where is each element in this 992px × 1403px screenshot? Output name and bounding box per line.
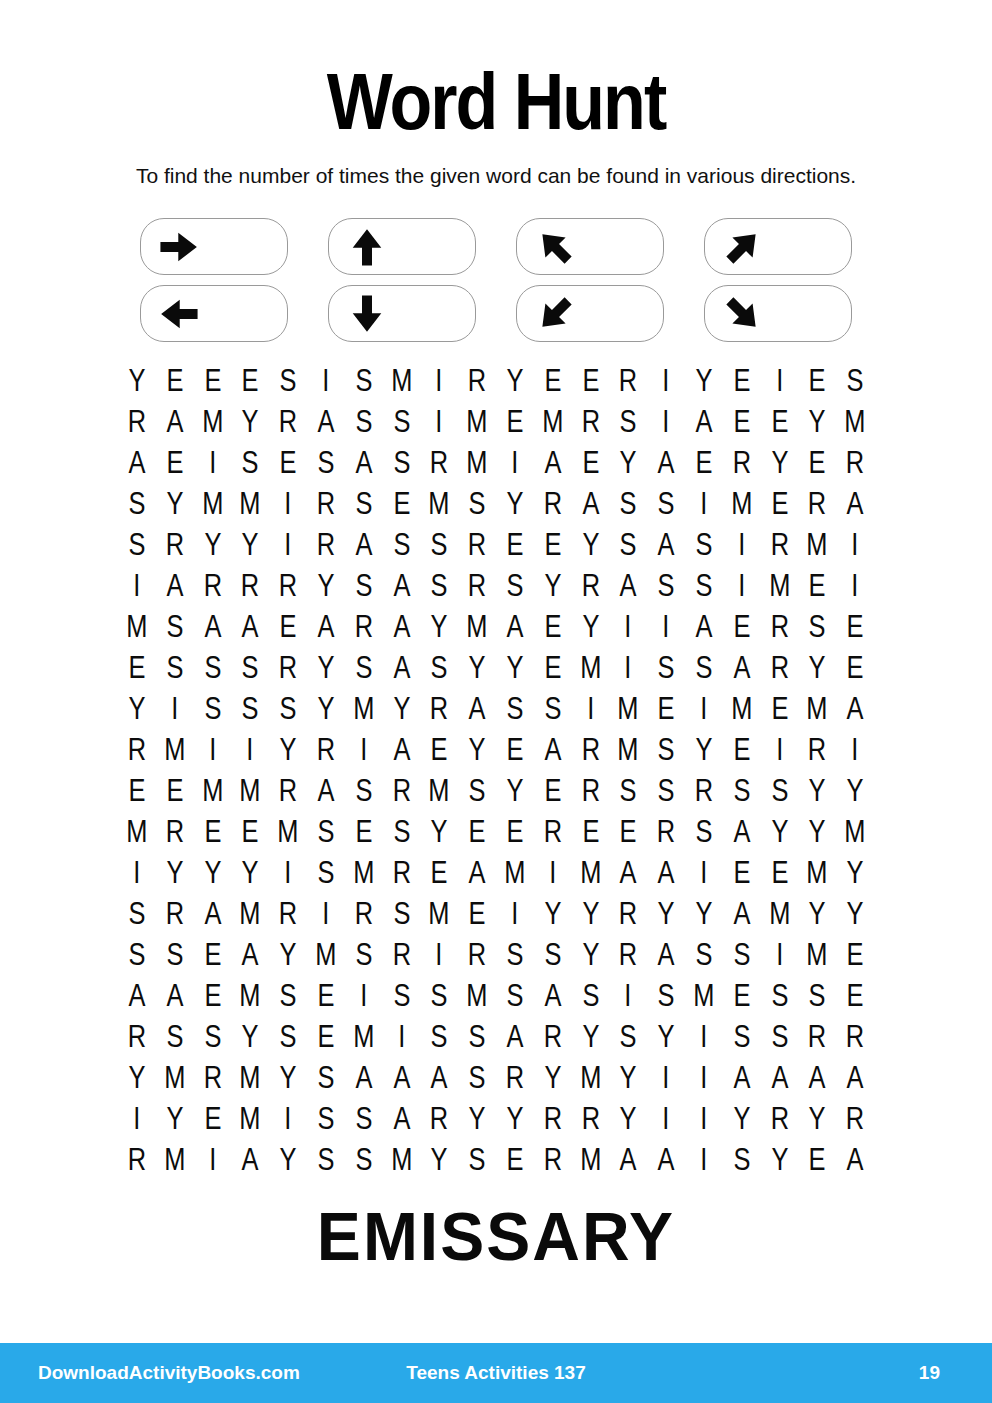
grid-cell: Y xyxy=(840,893,871,934)
grid-cell: M xyxy=(802,688,833,729)
grid-cell: S xyxy=(613,401,644,442)
direction-pill-up xyxy=(328,218,476,275)
grid-cell: Y xyxy=(537,893,568,934)
grid-cell: R xyxy=(462,524,493,565)
grid-cell: I xyxy=(651,401,682,442)
grid-cell: R xyxy=(537,1139,568,1180)
grid-cell: I xyxy=(764,360,795,401)
grid-cell: I xyxy=(537,852,568,893)
grid-cell: R xyxy=(575,770,606,811)
grid-cell: M xyxy=(499,852,530,893)
grid-cell: M xyxy=(235,893,266,934)
grid-cell: S xyxy=(613,770,644,811)
grid-cell: R xyxy=(764,1098,795,1139)
grid-cell: I xyxy=(613,975,644,1016)
grid-cell: Y xyxy=(537,1057,568,1098)
grid-cell: Y xyxy=(499,1098,530,1139)
arrow-up-right-icon xyxy=(715,218,772,275)
grid-cell: I xyxy=(651,1057,682,1098)
grid-cell: S xyxy=(688,934,719,975)
grid-cell: Y xyxy=(764,811,795,852)
grid-cell: E xyxy=(197,1098,228,1139)
grid-cell: Y xyxy=(273,934,304,975)
grid-cell: M xyxy=(764,893,795,934)
grid-cell: R xyxy=(840,1098,871,1139)
grid-cell: S xyxy=(462,1139,493,1180)
grid-cell: I xyxy=(273,852,304,893)
grid-cell: A xyxy=(726,893,757,934)
grid-cell: R xyxy=(273,770,304,811)
grid-cell: R xyxy=(424,1098,455,1139)
grid-cell: S xyxy=(462,770,493,811)
grid-cell: I xyxy=(764,934,795,975)
grid-cell: S xyxy=(462,1016,493,1057)
grid-cell: S xyxy=(651,770,682,811)
grid-cell: Y xyxy=(575,606,606,647)
grid-cell: E xyxy=(840,934,871,975)
grid-cell: R xyxy=(197,1057,228,1098)
grid-cell: S xyxy=(802,606,833,647)
grid-cell: E xyxy=(537,647,568,688)
grid-cell: E xyxy=(726,606,757,647)
direction-pill-down-right xyxy=(704,285,852,342)
grid-cell: A xyxy=(840,483,871,524)
grid-cell: E xyxy=(273,606,304,647)
grid-cell: I xyxy=(840,729,871,770)
grid-cell: R xyxy=(575,401,606,442)
grid-cell: Y xyxy=(802,647,833,688)
grid-cell: S xyxy=(499,975,530,1016)
footer-website: DownloadActivityBooks.com xyxy=(38,1362,300,1384)
grid-cell: Y xyxy=(499,770,530,811)
grid-cell: S xyxy=(386,401,417,442)
grid-cell: R xyxy=(802,1016,833,1057)
grid-cell: Y xyxy=(499,360,530,401)
grid-cell: R xyxy=(613,360,644,401)
grid-cell: A xyxy=(499,1016,530,1057)
grid-cell: A xyxy=(159,401,190,442)
grid-cell: A xyxy=(840,1057,871,1098)
grid-cell: S xyxy=(386,442,417,483)
grid-cell: S xyxy=(348,1098,379,1139)
grid-cell: R xyxy=(273,401,304,442)
grid-cell: E xyxy=(499,811,530,852)
grid-cell: I xyxy=(726,565,757,606)
grid-cell: Y xyxy=(462,1098,493,1139)
grid-cell: S xyxy=(348,770,379,811)
grid-cell: S xyxy=(348,647,379,688)
grid-cell: S xyxy=(159,1016,190,1057)
grid-cell: E xyxy=(159,442,190,483)
grid-cell: E xyxy=(348,811,379,852)
grid-cell: M xyxy=(424,770,455,811)
grid-cell: Y xyxy=(273,1057,304,1098)
grid-cell: S xyxy=(651,975,682,1016)
grid-cell: I xyxy=(688,1098,719,1139)
direction-pill-down-left xyxy=(516,285,664,342)
grid-cell: A xyxy=(651,852,682,893)
grid-cell: A xyxy=(840,1139,871,1180)
grid-cell: A xyxy=(613,1139,644,1180)
grid-cell: S xyxy=(424,975,455,1016)
grid-cell: M xyxy=(348,688,379,729)
grid-cell: R xyxy=(310,524,341,565)
grid-cell: E xyxy=(499,1139,530,1180)
grid-cell: S xyxy=(726,934,757,975)
grid-cell: I xyxy=(651,1098,682,1139)
grid-cell: E xyxy=(424,729,455,770)
grid-cell: R xyxy=(462,934,493,975)
grid-cell: E xyxy=(726,401,757,442)
grid-cell: M xyxy=(575,1057,606,1098)
grid-cell: R xyxy=(386,852,417,893)
grid-cell: S xyxy=(310,442,341,483)
grid-cell: S xyxy=(575,975,606,1016)
grid-cell: E xyxy=(121,770,152,811)
grid-cell: A xyxy=(348,1057,379,1098)
grid-cell: I xyxy=(688,483,719,524)
grid-cell: Y xyxy=(310,565,341,606)
grid-cell: I xyxy=(197,1139,228,1180)
grid-cell: R xyxy=(840,442,871,483)
grid-cell: S xyxy=(386,524,417,565)
grid-cell: Y xyxy=(121,360,152,401)
grid-cell: S xyxy=(764,1016,795,1057)
direction-pill-up-right xyxy=(704,218,852,275)
grid-cell: R xyxy=(575,1098,606,1139)
grid-cell: E xyxy=(537,770,568,811)
grid-cell: S xyxy=(121,483,152,524)
grid-cell: S xyxy=(121,934,152,975)
grid-cell: S xyxy=(499,565,530,606)
grid-cell: E xyxy=(424,852,455,893)
grid-cell: Y xyxy=(840,770,871,811)
grid-cell: R xyxy=(764,524,795,565)
grid-cell: E xyxy=(575,360,606,401)
grid-cell: Y xyxy=(235,1016,266,1057)
grid-cell: E xyxy=(840,975,871,1016)
grid-cell: Y xyxy=(613,1098,644,1139)
grid-cell: A xyxy=(462,852,493,893)
grid-cell: Y xyxy=(424,811,455,852)
grid-cell: E xyxy=(802,1139,833,1180)
grid-cell: A xyxy=(537,729,568,770)
grid-cell: E xyxy=(537,524,568,565)
grid-cell: R xyxy=(159,893,190,934)
grid-cell: Y xyxy=(726,1098,757,1139)
grid-cell: A xyxy=(537,442,568,483)
grid-cell: R xyxy=(197,565,228,606)
grid-cell: R xyxy=(121,401,152,442)
grid-cell: M xyxy=(159,1057,190,1098)
grid-cell: E xyxy=(802,442,833,483)
grid-cell: M xyxy=(726,688,757,729)
arrow-down-right-icon xyxy=(715,285,772,342)
grid-cell: Y xyxy=(688,729,719,770)
grid-cell: I xyxy=(651,606,682,647)
grid-cell: E xyxy=(764,401,795,442)
grid-cell: E xyxy=(499,524,530,565)
grid-cell: Y xyxy=(310,647,341,688)
grid-cell: R xyxy=(235,565,266,606)
grid-cell: R xyxy=(386,934,417,975)
grid-cell: E xyxy=(840,647,871,688)
grid-cell: M xyxy=(197,401,228,442)
grid-cell: A xyxy=(310,770,341,811)
grid-cell: S xyxy=(424,1016,455,1057)
grid-cell: R xyxy=(424,688,455,729)
grid-cell: E xyxy=(726,729,757,770)
grid-cell: M xyxy=(613,688,644,729)
grid-cell: S xyxy=(386,893,417,934)
grid-cell: M xyxy=(424,893,455,934)
grid-cell: I xyxy=(348,729,379,770)
grid-cell: Y xyxy=(575,1016,606,1057)
grid-cell: E xyxy=(197,360,228,401)
grid-cell: E xyxy=(802,360,833,401)
grid-cell: R xyxy=(537,1016,568,1057)
grid-cell: A xyxy=(386,1057,417,1098)
grid-cell: Y xyxy=(197,524,228,565)
grid-cell: M xyxy=(764,565,795,606)
grid-cell: S xyxy=(197,1016,228,1057)
grid-cell: E xyxy=(159,770,190,811)
grid-cell: E xyxy=(310,1016,341,1057)
grid-cell: S xyxy=(688,565,719,606)
grid-cell: S xyxy=(159,647,190,688)
grid-cell: Y xyxy=(159,1098,190,1139)
grid-cell: E xyxy=(462,811,493,852)
grid-cell: S xyxy=(764,770,795,811)
grid-cell: E xyxy=(726,975,757,1016)
grid-cell: Y xyxy=(764,442,795,483)
grid-cell: M xyxy=(688,975,719,1016)
grid-cell: M xyxy=(386,360,417,401)
grid-cell: Y xyxy=(499,483,530,524)
grid-cell: S xyxy=(348,934,379,975)
grid-cell: S xyxy=(348,1139,379,1180)
grid-cell: Y xyxy=(424,606,455,647)
grid-cell: A xyxy=(121,975,152,1016)
grid-cell: S xyxy=(273,360,304,401)
grid-cell: A xyxy=(386,606,417,647)
grid-cell: S xyxy=(310,1139,341,1180)
grid-cell: I xyxy=(688,688,719,729)
grid-cell: M xyxy=(197,483,228,524)
grid-cell: M xyxy=(462,401,493,442)
grid-cell: I xyxy=(840,524,871,565)
grid-cell: R xyxy=(613,934,644,975)
grid-cell: Y xyxy=(802,401,833,442)
grid-cell: E xyxy=(499,729,530,770)
grid-cell: Y xyxy=(802,1098,833,1139)
grid-cell: R xyxy=(499,1057,530,1098)
grid-cell: E xyxy=(235,811,266,852)
grid-cell: E xyxy=(386,483,417,524)
grid-cell: R xyxy=(802,483,833,524)
grid-cell: M xyxy=(802,934,833,975)
grid-cell: S xyxy=(348,401,379,442)
grid-cell: Y xyxy=(121,688,152,729)
grid-cell: Y xyxy=(235,524,266,565)
grid-cell: A xyxy=(310,401,341,442)
grid-cell: A xyxy=(121,442,152,483)
arrow-left-icon xyxy=(159,294,199,334)
grid-cell: M xyxy=(235,1057,266,1098)
grid-cell: S xyxy=(726,1016,757,1057)
grid-cell: Y xyxy=(575,934,606,975)
grid-cell: I xyxy=(348,975,379,1016)
grid-cell: M xyxy=(840,811,871,852)
grid-cell: R xyxy=(121,1139,152,1180)
direction-pill-down xyxy=(328,285,476,342)
grid-cell: R xyxy=(121,729,152,770)
grid-cell: S xyxy=(499,934,530,975)
grid-cell: A xyxy=(499,606,530,647)
grid-cell: R xyxy=(273,565,304,606)
grid-cell: I xyxy=(613,647,644,688)
grid-cell: S xyxy=(235,442,266,483)
grid-cell: S xyxy=(651,565,682,606)
grid-cell: S xyxy=(348,360,379,401)
grid-cell: M xyxy=(121,606,152,647)
grid-cell: E xyxy=(613,811,644,852)
grid-cell: S xyxy=(235,647,266,688)
grid-cell: Y xyxy=(386,688,417,729)
grid-cell: M xyxy=(802,852,833,893)
grid-cell: I xyxy=(235,729,266,770)
grid-cell: S xyxy=(424,565,455,606)
grid-cell: R xyxy=(159,524,190,565)
grid-cell: R xyxy=(348,893,379,934)
grid-cell: R xyxy=(537,811,568,852)
grid-cell: A xyxy=(575,483,606,524)
grid-cell: I xyxy=(121,1098,152,1139)
grid-cell: R xyxy=(651,811,682,852)
target-word: EMISSARY xyxy=(0,1196,992,1276)
direction-pill-up-left xyxy=(516,218,664,275)
grid-cell: S xyxy=(348,483,379,524)
grid-cell: I xyxy=(273,524,304,565)
grid-cell: M xyxy=(159,1139,190,1180)
grid-cell: S xyxy=(537,934,568,975)
grid-cell: R xyxy=(802,729,833,770)
grid-cell: S xyxy=(121,893,152,934)
worksheet-page: Word Hunt To find the number of times th… xyxy=(0,0,992,1403)
arrow-down-left-icon xyxy=(527,285,584,342)
grid-cell: Y xyxy=(462,729,493,770)
grid-cell: S xyxy=(197,688,228,729)
grid-cell: Y xyxy=(197,852,228,893)
grid-cell: A xyxy=(651,1139,682,1180)
grid-cell: M xyxy=(273,811,304,852)
grid-cell: Y xyxy=(235,852,266,893)
grid-cell: R xyxy=(840,1016,871,1057)
grid-cell: A xyxy=(726,1057,757,1098)
grid-cell: A xyxy=(159,975,190,1016)
grid-cell: A xyxy=(688,606,719,647)
grid-cell: I xyxy=(688,1139,719,1180)
grid-cell: S xyxy=(310,1057,341,1098)
grid-cell: M xyxy=(121,811,152,852)
grid-cell: A xyxy=(613,565,644,606)
grid-cell: E xyxy=(802,565,833,606)
grid-cell: M xyxy=(802,524,833,565)
grid-cell: R xyxy=(273,647,304,688)
grid-cell: A xyxy=(386,729,417,770)
arrow-up-icon xyxy=(347,227,387,267)
grid-cell: S xyxy=(424,524,455,565)
grid-cell: I xyxy=(424,401,455,442)
grid-cell: S xyxy=(462,1057,493,1098)
grid-cell: I xyxy=(688,1016,719,1057)
grid-cell: Y xyxy=(462,647,493,688)
grid-cell: E xyxy=(764,852,795,893)
grid-cell: I xyxy=(273,483,304,524)
grid-cell: A xyxy=(235,934,266,975)
grid-cell: Y xyxy=(499,647,530,688)
letter-grid: YEEESISMIRYEERIYEIESRAMYRASSIMEMRSIAEEYM… xyxy=(118,360,874,1180)
grid-cell: M xyxy=(235,975,266,1016)
grid-cell: E xyxy=(575,811,606,852)
grid-cell: A xyxy=(386,565,417,606)
grid-cell: Y xyxy=(159,483,190,524)
grid-cell: Y xyxy=(575,524,606,565)
grid-cell: R xyxy=(310,729,341,770)
grid-cell: Y xyxy=(651,1016,682,1057)
grid-cell: A xyxy=(386,647,417,688)
grid-cell: A xyxy=(197,606,228,647)
grid-cell: A xyxy=(310,606,341,647)
grid-cell: M xyxy=(310,934,341,975)
grid-cell: S xyxy=(273,1016,304,1057)
grid-cell: I xyxy=(499,442,530,483)
grid-cell: Y xyxy=(651,893,682,934)
grid-cell: Y xyxy=(802,811,833,852)
direction-pill-left xyxy=(140,285,288,342)
grid-cell: S xyxy=(499,688,530,729)
grid-cell: A xyxy=(726,811,757,852)
grid-cell: A xyxy=(424,1057,455,1098)
grid-cell: S xyxy=(726,770,757,811)
grid-cell: A xyxy=(348,524,379,565)
grid-cell: E xyxy=(499,401,530,442)
grid-cell: Y xyxy=(613,1057,644,1098)
grid-cell: Y xyxy=(840,852,871,893)
grid-cell: S xyxy=(651,729,682,770)
grid-cell: M xyxy=(726,483,757,524)
grid-cell: A xyxy=(348,442,379,483)
grid-cell: R xyxy=(386,770,417,811)
grid-cell: Y xyxy=(764,1139,795,1180)
grid-cell: M xyxy=(159,729,190,770)
grid-cell: M xyxy=(235,1098,266,1139)
grid-cell: Y xyxy=(273,1139,304,1180)
grid-cell: I xyxy=(840,565,871,606)
grid-cell: E xyxy=(688,442,719,483)
grid-cell: S xyxy=(462,483,493,524)
grid-cell: E xyxy=(197,811,228,852)
grid-cell: S xyxy=(613,524,644,565)
grid-cell: M xyxy=(386,1139,417,1180)
grid-cell: E xyxy=(726,852,757,893)
grid-cell: A xyxy=(688,401,719,442)
grid-cell: M xyxy=(575,647,606,688)
grid-cell: R xyxy=(121,1016,152,1057)
grid-cell: S xyxy=(537,688,568,729)
instructions-text: To find the number of times the given wo… xyxy=(0,164,992,188)
grid-cell: R xyxy=(764,647,795,688)
